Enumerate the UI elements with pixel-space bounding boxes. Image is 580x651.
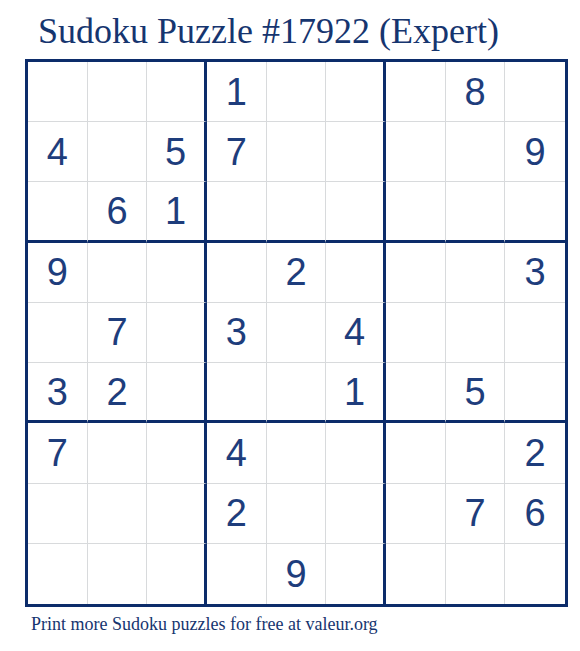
cell-r5c5 — [267, 303, 327, 363]
given-digit: 9 — [525, 133, 546, 171]
cell-r8c1 — [28, 484, 88, 544]
given-digit: 4 — [226, 434, 247, 472]
cell-r4c3 — [147, 243, 207, 303]
cell-r3c9 — [505, 182, 565, 242]
cell-r1c7 — [386, 62, 446, 122]
cell-r6c9 — [505, 363, 565, 423]
cell-r6c7 — [386, 363, 446, 423]
cell-r4c1: 9 — [28, 243, 88, 303]
cell-r9c1 — [28, 544, 88, 604]
page-title: Sudoku Puzzle #17922 (Expert) — [38, 10, 499, 52]
cell-r7c4: 4 — [207, 423, 267, 483]
given-digit: 3 — [47, 373, 68, 411]
cell-r3c3: 1 — [147, 182, 207, 242]
cell-r7c2 — [88, 423, 148, 483]
cell-r1c3 — [147, 62, 207, 122]
cell-r5c6: 4 — [326, 303, 386, 363]
cell-r5c8 — [446, 303, 506, 363]
cell-r4c9: 3 — [505, 243, 565, 303]
cell-r9c5: 9 — [267, 544, 327, 604]
given-digit: 2 — [285, 253, 306, 291]
cell-r9c4 — [207, 544, 267, 604]
cell-r9c3 — [147, 544, 207, 604]
cell-r7c6 — [326, 423, 386, 483]
cell-r8c8: 7 — [446, 484, 506, 544]
cell-r6c4 — [207, 363, 267, 423]
cell-r7c9: 2 — [505, 423, 565, 483]
given-digit: 7 — [106, 313, 127, 351]
cell-r4c6 — [326, 243, 386, 303]
given-digit: 1 — [226, 73, 247, 111]
cell-r2c1: 4 — [28, 122, 88, 182]
given-digit: 6 — [106, 192, 127, 230]
cell-r1c1 — [28, 62, 88, 122]
cell-r5c7 — [386, 303, 446, 363]
cell-r5c3 — [147, 303, 207, 363]
cell-r5c4: 3 — [207, 303, 267, 363]
cell-r2c9: 9 — [505, 122, 565, 182]
cell-r5c1 — [28, 303, 88, 363]
given-digit: 9 — [285, 555, 306, 593]
cell-r6c5 — [267, 363, 327, 423]
cell-r3c2: 6 — [88, 182, 148, 242]
cell-r9c2 — [88, 544, 148, 604]
cell-r1c5 — [267, 62, 327, 122]
sudoku-grid: 1845796192373432157422769 — [25, 59, 568, 607]
given-digit: 1 — [344, 373, 365, 411]
cell-r8c3 — [147, 484, 207, 544]
given-digit: 7 — [226, 133, 247, 171]
cell-r3c7 — [386, 182, 446, 242]
cell-r2c8 — [446, 122, 506, 182]
cell-r9c7 — [386, 544, 446, 604]
given-digit: 2 — [226, 494, 247, 532]
cell-r4c2 — [88, 243, 148, 303]
cell-r7c1: 7 — [28, 423, 88, 483]
given-digit: 4 — [47, 133, 68, 171]
cell-r8c9: 6 — [505, 484, 565, 544]
cell-r7c5 — [267, 423, 327, 483]
cell-r3c8 — [446, 182, 506, 242]
given-digit: 4 — [344, 313, 365, 351]
given-digit: 3 — [226, 313, 247, 351]
cell-r1c2 — [88, 62, 148, 122]
cell-r4c4 — [207, 243, 267, 303]
cell-r5c2: 7 — [88, 303, 148, 363]
sudoku-page: Sudoku Puzzle #17922 (Expert) 1845796192… — [0, 0, 580, 651]
cell-r6c3 — [147, 363, 207, 423]
cell-r8c7 — [386, 484, 446, 544]
given-digit: 7 — [464, 494, 485, 532]
given-digit: 8 — [464, 73, 485, 111]
cell-r4c5: 2 — [267, 243, 327, 303]
given-digit: 6 — [525, 494, 546, 532]
cell-r8c4: 2 — [207, 484, 267, 544]
given-digit: 2 — [106, 373, 127, 411]
cell-r2c4: 7 — [207, 122, 267, 182]
cell-r4c8 — [446, 243, 506, 303]
cell-r2c2 — [88, 122, 148, 182]
given-digit: 2 — [525, 434, 546, 472]
cell-r2c5 — [267, 122, 327, 182]
cell-r3c5 — [267, 182, 327, 242]
cell-r1c4: 1 — [207, 62, 267, 122]
given-digit: 5 — [464, 373, 485, 411]
cell-r8c5 — [267, 484, 327, 544]
cell-r2c3: 5 — [147, 122, 207, 182]
cell-r8c6 — [326, 484, 386, 544]
cell-r3c4 — [207, 182, 267, 242]
cell-r6c8: 5 — [446, 363, 506, 423]
cell-r6c6: 1 — [326, 363, 386, 423]
given-digit: 9 — [47, 253, 68, 291]
cell-r8c2 — [88, 484, 148, 544]
cell-r2c6 — [326, 122, 386, 182]
cell-r1c6 — [326, 62, 386, 122]
cell-r9c9 — [505, 544, 565, 604]
cell-r7c8 — [446, 423, 506, 483]
cell-r5c9 — [505, 303, 565, 363]
cell-r2c7 — [386, 122, 446, 182]
footer-text: Print more Sudoku puzzles for free at va… — [31, 614, 378, 635]
given-digit: 5 — [165, 133, 186, 171]
cell-r7c7 — [386, 423, 446, 483]
cell-r6c1: 3 — [28, 363, 88, 423]
cell-r6c2: 2 — [88, 363, 148, 423]
given-digit: 7 — [47, 434, 68, 472]
given-digit: 1 — [165, 192, 186, 230]
cell-r3c1 — [28, 182, 88, 242]
cell-r1c8: 8 — [446, 62, 506, 122]
cell-r9c8 — [446, 544, 506, 604]
cell-r3c6 — [326, 182, 386, 242]
cell-r7c3 — [147, 423, 207, 483]
given-digit: 3 — [525, 253, 546, 291]
cell-r4c7 — [386, 243, 446, 303]
cell-r9c6 — [326, 544, 386, 604]
cell-r1c9 — [505, 62, 565, 122]
